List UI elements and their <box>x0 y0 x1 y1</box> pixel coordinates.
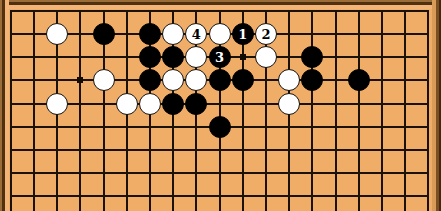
board-frame-right <box>432 0 441 211</box>
white-stone[interactable] <box>139 93 161 115</box>
black-stone[interactable] <box>209 69 231 91</box>
grid-line-vertical <box>381 10 383 211</box>
grid-line-vertical <box>79 10 81 211</box>
hoshi-point <box>77 77 83 83</box>
black-stone-move-3[interactable]: 3 <box>209 46 231 68</box>
grid-line-horizontal <box>10 195 430 197</box>
square-mark <box>240 54 246 60</box>
grid-line-vertical <box>404 10 406 211</box>
grid-line-horizontal <box>10 172 430 174</box>
black-stone[interactable] <box>209 116 231 138</box>
black-stone[interactable] <box>162 93 184 115</box>
white-stone[interactable] <box>116 93 138 115</box>
white-stone[interactable] <box>46 93 68 115</box>
black-stone[interactable] <box>93 23 115 45</box>
move-number-label: 1 <box>238 28 247 41</box>
white-stone[interactable] <box>93 69 115 91</box>
grid-line-vertical <box>311 10 313 211</box>
grid-line-vertical <box>358 10 360 211</box>
board-frame-left <box>0 0 9 211</box>
grid-line-vertical <box>33 10 35 211</box>
black-stone[interactable] <box>185 93 207 115</box>
white-stone[interactable] <box>209 23 231 45</box>
move-number-label: 4 <box>192 28 201 41</box>
grid-line-horizontal <box>10 149 430 151</box>
move-number-label: 3 <box>215 51 224 64</box>
black-stone-move-1[interactable]: 1 <box>232 23 254 45</box>
grid-line-vertical <box>335 10 337 211</box>
white-stone-move-2[interactable]: 2 <box>255 23 277 45</box>
grid-line-vertical <box>10 10 12 211</box>
go-diagram: 4123 <box>0 0 441 211</box>
white-stone[interactable] <box>278 93 300 115</box>
grid-line-vertical <box>427 10 429 211</box>
board-frame-top <box>0 0 441 9</box>
grid-line-horizontal <box>10 103 430 105</box>
grid-line-horizontal <box>10 10 430 12</box>
move-number-label: 2 <box>261 28 270 41</box>
black-stone[interactable] <box>139 23 161 45</box>
